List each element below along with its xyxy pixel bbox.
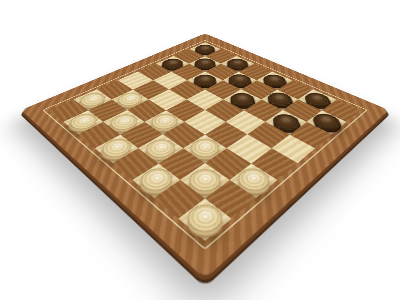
checkers-board xyxy=(49,42,360,241)
piece-dark-g6[interactable] xyxy=(268,111,305,133)
piece-dark-h7[interactable] xyxy=(308,111,345,133)
square-e1[interactable] xyxy=(112,148,158,180)
piece-light-f3[interactable] xyxy=(185,135,225,161)
square-h7[interactable] xyxy=(306,110,347,134)
square-g2[interactable] xyxy=(181,163,230,198)
piece-light-c2[interactable] xyxy=(106,111,143,133)
board-inlay-line xyxy=(42,40,367,250)
square-c2[interactable] xyxy=(104,110,145,134)
square-e4[interactable] xyxy=(185,110,226,134)
square-g1[interactable] xyxy=(154,180,205,219)
piece-light-h1[interactable] xyxy=(180,200,229,239)
square-g3[interactable] xyxy=(205,148,251,180)
square-h1[interactable] xyxy=(178,198,232,241)
square-d3[interactable] xyxy=(144,110,185,134)
square-g5[interactable] xyxy=(247,122,289,148)
square-e3[interactable] xyxy=(163,122,205,148)
piece-light-f1[interactable] xyxy=(134,164,178,196)
square-f5[interactable] xyxy=(225,110,266,134)
square-g6[interactable] xyxy=(266,110,307,134)
photo-scene xyxy=(0,0,400,300)
square-h3[interactable] xyxy=(229,163,278,198)
board-3d xyxy=(21,33,389,279)
square-b1[interactable] xyxy=(63,110,104,134)
square-h6[interactable] xyxy=(290,122,332,148)
square-h4[interactable] xyxy=(251,148,297,180)
board-frame xyxy=(21,33,389,279)
square-d1[interactable] xyxy=(95,134,139,163)
piece-light-g2[interactable] xyxy=(183,164,227,196)
square-f1[interactable] xyxy=(132,163,181,198)
square-d2[interactable] xyxy=(120,122,162,148)
square-f4[interactable] xyxy=(205,122,247,148)
piece-light-h3[interactable] xyxy=(231,164,275,196)
square-h5[interactable] xyxy=(271,134,315,163)
square-f2[interactable] xyxy=(159,148,205,180)
square-e2[interactable] xyxy=(139,134,183,163)
piece-light-d1[interactable] xyxy=(97,135,137,161)
square-c1[interactable] xyxy=(78,122,120,148)
piece-light-b1[interactable] xyxy=(65,111,102,133)
square-g4[interactable] xyxy=(227,134,271,163)
square-h2[interactable] xyxy=(205,180,256,219)
piece-light-e2[interactable] xyxy=(141,135,181,161)
square-f3[interactable] xyxy=(183,134,227,163)
piece-light-d3[interactable] xyxy=(146,111,183,133)
